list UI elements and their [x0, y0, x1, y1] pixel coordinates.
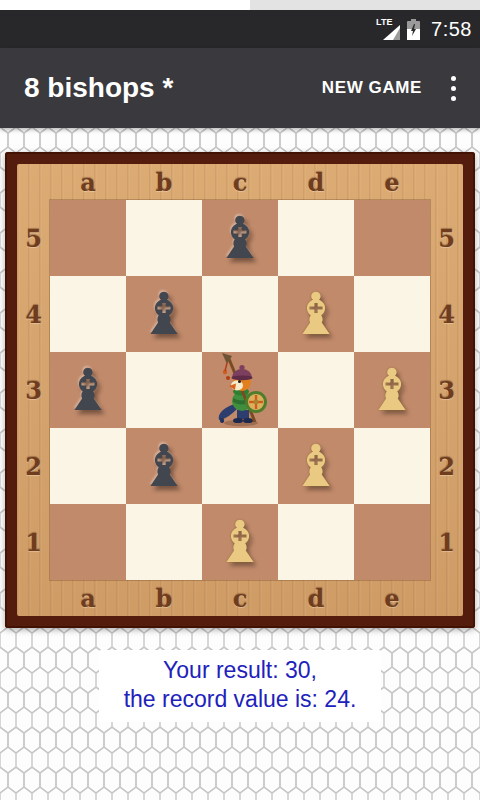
app-screen: LTE 7:58 8 bishops * NEW GAME abcde abcd… [0, 0, 480, 800]
file-label-bottom-c: c [202, 580, 278, 616]
square-a5[interactable] [50, 200, 126, 276]
light-bishop-c1[interactable]: ♝ [214, 513, 266, 571]
board-squares: ♝♝♝♝ ♝♝♝♝ [50, 200, 430, 580]
square-a3[interactable]: ♝ [50, 352, 126, 428]
square-e5[interactable] [354, 200, 430, 276]
square-c4[interactable] [202, 276, 278, 352]
status-bar: LTE 7:58 [0, 10, 480, 48]
light-bishop-e3[interactable]: ♝ [366, 361, 418, 419]
square-b4[interactable]: ♝ [126, 276, 202, 352]
square-d1[interactable] [278, 504, 354, 580]
rank-label-right-5: 5 [430, 200, 463, 276]
signal-indicator: LTE [376, 16, 400, 42]
rank-label-left-3: 3 [17, 352, 50, 428]
square-c1[interactable]: ♝ [202, 504, 278, 580]
square-c5[interactable]: ♝ [202, 200, 278, 276]
square-e3[interactable]: ♝ [354, 352, 430, 428]
rank-label-left-1: 1 [17, 504, 50, 580]
square-e2[interactable] [354, 428, 430, 504]
square-d3[interactable] [278, 352, 354, 428]
file-labels-top: abcde [50, 164, 430, 200]
square-e1[interactable] [354, 504, 430, 580]
square-c2[interactable] [202, 428, 278, 504]
square-b3[interactable] [126, 352, 202, 428]
rank-label-left-4: 4 [17, 276, 50, 352]
hero-jester-piece[interactable] [208, 352, 272, 428]
square-a4[interactable] [50, 276, 126, 352]
file-label-top-d: d [278, 164, 354, 200]
dark-bishop-b4[interactable]: ♝ [138, 285, 190, 343]
file-label-bottom-b: b [126, 580, 202, 616]
screen-top-strip [0, 0, 480, 10]
square-b2[interactable]: ♝ [126, 428, 202, 504]
square-b1[interactable] [126, 504, 202, 580]
rank-label-left-5: 5 [17, 200, 50, 276]
square-c3[interactable] [202, 352, 278, 428]
file-label-bottom-e: e [354, 580, 430, 616]
result-line-1: Your result: 30, [115, 656, 365, 685]
app-bar: 8 bishops * NEW GAME [0, 48, 480, 128]
rank-label-left-2: 2 [17, 428, 50, 504]
square-d4[interactable]: ♝ [278, 276, 354, 352]
square-d2[interactable]: ♝ [278, 428, 354, 504]
square-e4[interactable] [354, 276, 430, 352]
file-label-top-a: a [50, 164, 126, 200]
app-title: 8 bishops * [24, 72, 173, 104]
file-label-top-c: c [202, 164, 278, 200]
square-b5[interactable] [126, 200, 202, 276]
dark-bishop-b2[interactable]: ♝ [138, 437, 190, 495]
file-labels-bottom: abcde [50, 580, 430, 616]
result-panel: Your result: 30, the record value is: 24… [99, 650, 381, 722]
file-label-bottom-a: a [50, 580, 126, 616]
status-clock: 7:58 [431, 18, 472, 41]
file-label-top-e: e [354, 164, 430, 200]
rank-label-right-1: 1 [430, 504, 463, 580]
square-d5[interactable] [278, 200, 354, 276]
square-a1[interactable] [50, 504, 126, 580]
square-a2[interactable] [50, 428, 126, 504]
file-label-bottom-d: d [278, 580, 354, 616]
rank-label-right-2: 2 [430, 428, 463, 504]
rank-labels-right: 54321 [430, 200, 463, 580]
chess-board: abcde abcde 54321 54321 ♝♝♝♝ [5, 152, 475, 628]
battery-charging-icon [407, 19, 420, 40]
new-game-button[interactable]: NEW GAME [308, 68, 436, 108]
file-label-top-b: b [126, 164, 202, 200]
rank-labels-left: 54321 [17, 200, 50, 580]
dark-bishop-c5[interactable]: ♝ [214, 209, 266, 267]
result-line-2: the record value is: 24. [115, 685, 365, 714]
signal-triangle-icon [383, 25, 400, 40]
rank-label-right-3: 3 [430, 352, 463, 428]
overflow-menu-icon[interactable] [436, 66, 470, 110]
light-bishop-d2[interactable]: ♝ [290, 437, 342, 495]
rank-label-right-4: 4 [430, 276, 463, 352]
light-bishop-d4[interactable]: ♝ [290, 285, 342, 343]
dark-bishop-a3[interactable]: ♝ [62, 361, 114, 419]
